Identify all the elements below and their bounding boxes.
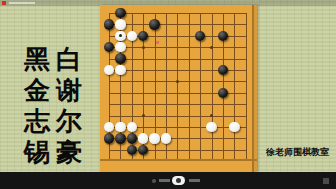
- white-stone: [138, 133, 149, 144]
- star-point: [210, 46, 213, 49]
- star-point: [210, 114, 213, 117]
- white-stone: [127, 122, 138, 133]
- black-stone: [115, 8, 126, 19]
- white-stone: [115, 19, 126, 30]
- black-stone: [218, 88, 229, 99]
- bottom-control-bar: [0, 172, 336, 189]
- black-stone: [218, 65, 229, 76]
- black-stone: [138, 31, 149, 42]
- grid-line-horizontal: [109, 59, 246, 60]
- board-right-margin: [254, 5, 257, 172]
- grid-line-vertical: [246, 13, 247, 159]
- star-point: [142, 114, 145, 117]
- white-stone: [229, 122, 240, 133]
- black-stone: [195, 31, 206, 42]
- control-label-left: [159, 179, 170, 182]
- white-name-char-1: 谢: [54, 75, 84, 106]
- grid-line-horizontal: [109, 13, 246, 14]
- star-point: [142, 46, 145, 49]
- black-stone: [138, 145, 149, 156]
- white-stone: [206, 122, 217, 133]
- watermark-text: 徐老师围棋教室: [266, 146, 332, 159]
- white-name-char-3: 豪: [54, 137, 84, 168]
- white-stone: [115, 65, 126, 76]
- grid-line-horizontal: [109, 116, 246, 117]
- board-bottom-edge: [100, 159, 257, 161]
- black-label: 黑: [22, 44, 52, 75]
- white-player-column: 白 谢 尔 豪: [54, 44, 84, 168]
- star-point: [176, 80, 179, 83]
- app-icon: [2, 1, 6, 5]
- grid-line-horizontal: [109, 24, 246, 25]
- black-stone: [115, 133, 126, 144]
- control-label-right: [189, 179, 200, 182]
- grid-line-horizontal: [109, 47, 246, 48]
- white-stone: [149, 133, 160, 144]
- white-stone: [104, 65, 115, 76]
- status-dot-icon: [152, 179, 156, 183]
- white-stone-last-move: [115, 31, 126, 42]
- black-name-char-2: 志: [22, 106, 52, 137]
- white-stone: [104, 122, 115, 133]
- black-stone: [127, 145, 138, 156]
- black-stone: [218, 31, 229, 42]
- white-name-char-2: 尔: [54, 106, 84, 137]
- black-name-char-3: 锡: [22, 137, 52, 168]
- window-title-text: [9, 2, 35, 4]
- black-player-column: 黑 金 志 锡: [22, 44, 52, 168]
- black-stone: [127, 133, 138, 144]
- toggle-pill-button[interactable]: [172, 176, 185, 185]
- white-stone: [115, 42, 126, 53]
- black-name-char-1: 金: [22, 75, 52, 106]
- black-stone: [115, 53, 126, 64]
- white-stone: [115, 122, 126, 133]
- white-stone: [127, 31, 138, 42]
- go-board[interactable]: [100, 5, 257, 172]
- black-stone: [149, 19, 160, 30]
- white-stone: [161, 133, 172, 144]
- black-stone: [104, 42, 115, 53]
- tray-square-icon[interactable]: [323, 178, 329, 184]
- board-right-edge: [252, 5, 254, 172]
- grid-line-horizontal: [109, 104, 246, 105]
- black-stone: [104, 19, 115, 30]
- white-label: 白: [54, 44, 84, 75]
- red-mark: [156, 41, 159, 44]
- black-stone: [104, 133, 115, 144]
